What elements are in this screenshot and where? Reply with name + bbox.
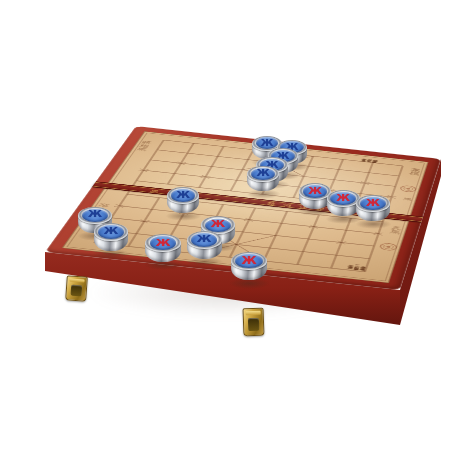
piece-character: Ж [256, 170, 269, 178]
xiangqi-piece-red[interactable]: Ж [145, 234, 180, 266]
piece-character: Ж [88, 211, 102, 220]
piece-blue-enamel-top: Ж [98, 225, 124, 239]
clasp-keyhole [248, 318, 259, 331]
piece-chrome-rim: Ж [356, 195, 389, 212]
xiangqi-piece-blue[interactable]: Ж [187, 231, 222, 263]
xiangqi-piece-red[interactable]: Ж [327, 190, 360, 220]
piece-blue-enamel-top: Ж [191, 233, 218, 247]
xiangqi-piece-red[interactable]: Ж [231, 252, 267, 285]
piece-character: Ж [104, 228, 118, 237]
xiangqi-piece-blue[interactable]: Ж [167, 187, 200, 217]
piece-character: Ж [261, 139, 274, 147]
xiangqi-piece-blue[interactable]: Ж [247, 166, 279, 195]
clasp-hinge-bar [246, 311, 261, 316]
piece-blue-enamel-top: Ж [82, 209, 108, 222]
piece-blue-enamel-top: Ж [303, 185, 328, 198]
piece-blue-enamel-top: Ж [150, 236, 177, 250]
piece-shadow [229, 278, 269, 289]
piece-chrome-rim: Ж [327, 190, 360, 207]
brass-clasp-center [243, 308, 265, 337]
xiangqi-piece-blue[interactable]: Ж [94, 223, 129, 255]
piece-blue-enamel-top: Ж [205, 219, 231, 232]
piece-chrome-rim: Ж [187, 231, 222, 249]
piece-character: Ж [197, 236, 212, 245]
piece-blue-enamel-top: Ж [330, 192, 355, 205]
piece-chrome-rim: Ж [78, 207, 112, 224]
clasp-keyhole [71, 285, 82, 297]
piece-character: Ж [176, 191, 190, 200]
piece-character: Ж [156, 238, 171, 247]
piece-character: Ж [211, 221, 225, 230]
piece-blue-enamel-top: Ж [360, 197, 385, 210]
piece-blue-enamel-top: Ж [251, 168, 275, 180]
piece-character: Ж [336, 194, 350, 203]
piece-chrome-rim: Ж [145, 234, 180, 252]
piece-blue-enamel-top: Ж [171, 189, 196, 202]
brass-clasp-left [65, 275, 88, 301]
piece-character: Ж [241, 256, 256, 266]
product-photo-scene: 棋經論曰 夫萬物之數 從一而起 局之路 三百六十有一 棋之用 智者役之 愚者玩之… [0, 0, 461, 461]
clasp-hinge-bar [69, 278, 84, 283]
xiangqi-piece-red[interactable]: Ж [356, 195, 389, 226]
piece-chrome-rim: Ж [167, 187, 200, 204]
piece-character: Ж [366, 199, 380, 208]
piece-character: Ж [308, 187, 322, 196]
piece-blue-enamel-top: Ж [235, 254, 262, 268]
